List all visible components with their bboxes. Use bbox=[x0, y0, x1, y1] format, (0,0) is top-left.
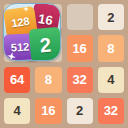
2048-app-icon[interactable]: 16 128 512 2 bbox=[3, 3, 61, 61]
tile-2-r3c2: 2 bbox=[67, 98, 93, 124]
tile-64-r2c0: 64 bbox=[4, 67, 30, 93]
tile-4-r3c0: 4 bbox=[4, 98, 30, 124]
tile-16-r3c1: 16 bbox=[35, 98, 61, 124]
tile-16-r1c2: 16 bbox=[67, 35, 93, 61]
icon-tile-2: 2 bbox=[29, 27, 61, 61]
tile-2-r0c3: 2 bbox=[98, 4, 124, 30]
tile-4-r2c3: 4 bbox=[98, 67, 124, 93]
tile-32-r3c3: 32 bbox=[98, 98, 124, 124]
board-2048[interactable]: 2 16 8 64 8 32 4 4 16 2 32 16 128 512 2 bbox=[0, 0, 128, 128]
tile-32-r2c2: 32 bbox=[67, 67, 93, 93]
tile-8-r2c1: 8 bbox=[35, 67, 61, 93]
tile-8-r1c3: 8 bbox=[98, 35, 124, 61]
cell-r0c2 bbox=[67, 4, 93, 30]
